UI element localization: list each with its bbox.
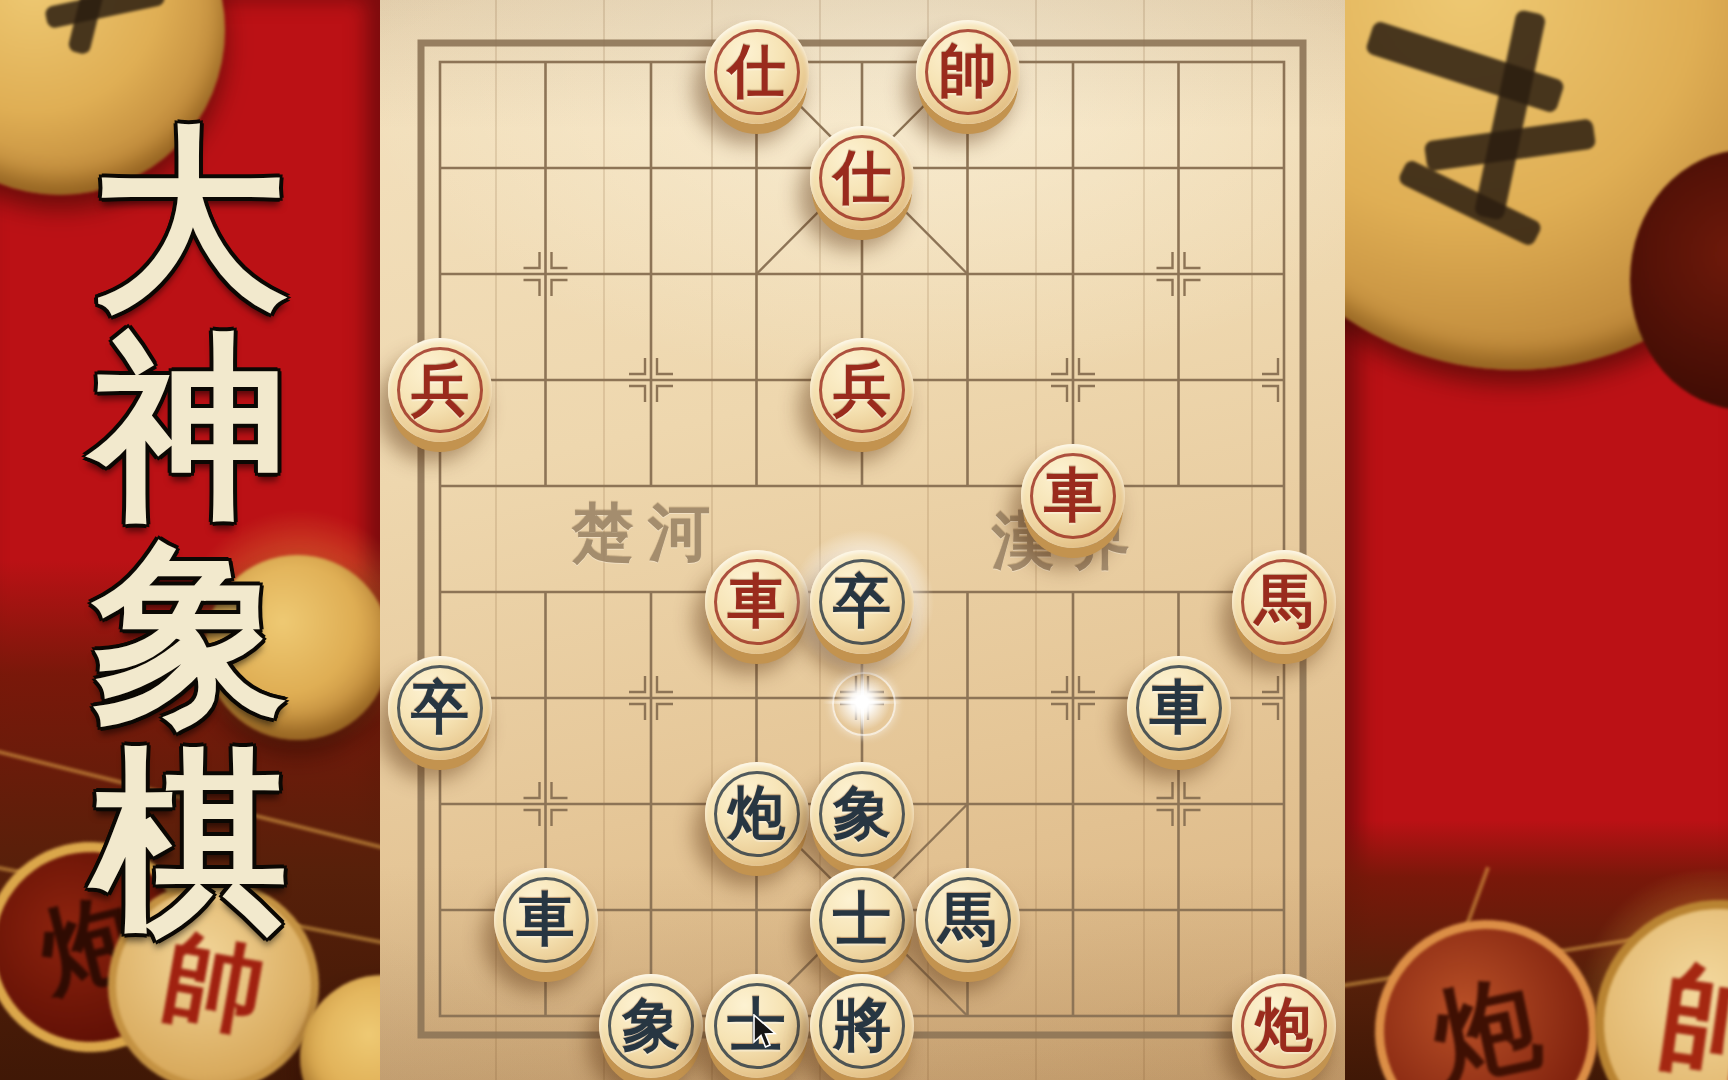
piece-red-車[interactable]: 車: [1021, 444, 1125, 548]
piece-black-士[interactable]: 士: [810, 868, 914, 972]
piece-black-炮[interactable]: 炮: [705, 762, 809, 866]
piece-black-將[interactable]: 將: [810, 974, 914, 1078]
piece-red-馬[interactable]: 馬: [1232, 550, 1336, 654]
piece-red-仕[interactable]: 仕: [810, 126, 914, 230]
piece-black-卒[interactable]: 卒: [388, 656, 492, 760]
river-text-left: 楚河: [572, 491, 724, 575]
piece-red-炮[interactable]: 炮: [1232, 974, 1336, 1078]
left-banner: 炮 帥 大神象棋: [0, 0, 380, 1080]
mouse-cursor: [752, 1014, 782, 1050]
piece-black-象[interactable]: 象: [810, 762, 914, 866]
piece-red-帥[interactable]: 帥: [916, 20, 1020, 124]
left-banner-title: 大神象棋: [0, 118, 380, 946]
piece-black-車[interactable]: 車: [1127, 656, 1231, 760]
piece-black-馬[interactable]: 馬: [916, 868, 1020, 972]
piece-black-卒[interactable]: 卒: [810, 550, 914, 654]
piece-black-車[interactable]: 車: [494, 868, 598, 972]
screenshot-stage: 楚河 漢界 仕 帥 仕 兵 兵 車 車 馬 炮 卒 卒 車 炮: [0, 0, 1728, 1080]
piece-red-仕[interactable]: 仕: [705, 20, 809, 124]
right-banner: 炮 帥 象棋大师 创新 中炮对屏风马: [1345, 0, 1728, 1080]
piece-red-兵[interactable]: 兵: [810, 338, 914, 442]
piece-red-兵[interactable]: 兵: [388, 338, 492, 442]
piece-black-象[interactable]: 象: [599, 974, 703, 1078]
